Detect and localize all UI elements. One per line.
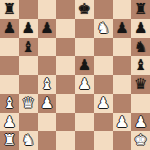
square-d4[interactable] [56,75,75,94]
square-f1[interactable] [94,131,113,150]
square-e1[interactable] [75,131,94,150]
piece-white-pawn: ♟ [40,94,53,113]
piece-white-bishop: ♝ [40,75,53,94]
square-e4[interactable]: ♟ [75,75,94,94]
square-a2[interactable]: ♟ [0,113,19,132]
square-b5[interactable] [19,56,38,75]
square-a8[interactable]: ♜ [0,0,19,19]
square-c2[interactable] [38,113,57,132]
square-d7[interactable] [56,19,75,38]
square-e7[interactable] [75,19,94,38]
square-d2[interactable] [56,113,75,132]
piece-black-pawn: ♟ [115,19,128,38]
square-c3[interactable]: ♟ [38,94,57,113]
square-f3[interactable]: ♟ [94,94,113,113]
square-f8[interactable] [94,0,113,19]
square-f4[interactable] [94,75,113,94]
square-c5[interactable] [38,56,57,75]
piece-white-pawn: ♟ [96,94,109,113]
square-b6[interactable]: ♝ [19,38,38,57]
square-e5[interactable]: ♟ [75,56,94,75]
square-g1[interactable] [113,131,132,150]
chess-board: ♜♚♜♟♟♟♞♟♟♝♞♟♝♝♟♛♝♛♟♟♟♟♟♜♞♚ [0,0,150,150]
piece-white-bishop: ♝ [3,94,16,113]
square-e2[interactable] [75,113,94,132]
piece-black-rook: ♜ [134,0,147,19]
piece-white-queen: ♛ [21,94,34,113]
piece-black-bishop: ♝ [21,38,34,57]
square-a7[interactable]: ♟ [0,19,19,38]
piece-black-pawn: ♟ [21,19,34,38]
square-b3[interactable]: ♛ [19,94,38,113]
square-h6[interactable]: ♞ [131,38,150,57]
square-a1[interactable]: ♜ [0,131,19,150]
piece-white-pawn: ♟ [78,75,91,94]
piece-white-knight: ♞ [21,131,34,150]
square-h8[interactable]: ♜ [131,0,150,19]
square-f2[interactable] [94,113,113,132]
square-b8[interactable] [19,0,38,19]
square-c4[interactable]: ♝ [38,75,57,94]
square-b1[interactable]: ♞ [19,131,38,150]
square-d1[interactable] [56,131,75,150]
square-e3[interactable] [75,94,94,113]
square-d6[interactable] [56,38,75,57]
piece-black-knight: ♞ [134,38,147,57]
piece-white-rook: ♜ [3,131,16,150]
square-a5[interactable] [0,56,19,75]
square-c6[interactable] [38,38,57,57]
piece-black-rook: ♜ [3,0,16,19]
piece-black-pawn: ♟ [3,19,16,38]
square-g7[interactable]: ♟ [113,19,132,38]
square-d8[interactable] [56,0,75,19]
square-h1[interactable]: ♚ [131,131,150,150]
square-a4[interactable] [0,75,19,94]
square-g2[interactable]: ♟ [113,113,132,132]
square-a3[interactable]: ♝ [0,94,19,113]
square-h2[interactable]: ♟ [131,113,150,132]
piece-black-pawn: ♟ [40,19,53,38]
square-g8[interactable] [113,0,132,19]
square-f5[interactable] [94,56,113,75]
square-g5[interactable] [113,56,132,75]
square-b2[interactable] [19,113,38,132]
square-h4[interactable]: ♛ [131,75,150,94]
piece-white-pawn: ♟ [134,113,147,132]
square-c1[interactable] [38,131,57,150]
piece-black-bishop: ♝ [134,56,147,75]
square-f7[interactable]: ♞ [94,19,113,38]
square-b7[interactable]: ♟ [19,19,38,38]
square-a6[interactable] [0,38,19,57]
piece-white-knight: ♞ [96,19,109,38]
square-g6[interactable] [113,38,132,57]
square-e6[interactable] [75,38,94,57]
square-g4[interactable] [113,75,132,94]
square-d3[interactable] [56,94,75,113]
square-c8[interactable] [38,0,57,19]
square-d5[interactable] [56,56,75,75]
square-h5[interactable]: ♝ [131,56,150,75]
square-h3[interactable] [131,94,150,113]
piece-white-king: ♚ [134,131,147,150]
square-f6[interactable] [94,38,113,57]
piece-black-pawn: ♟ [78,56,91,75]
piece-white-pawn: ♟ [115,113,128,132]
piece-black-king: ♚ [78,0,91,19]
square-b4[interactable] [19,75,38,94]
piece-black-pawn: ♟ [134,19,147,38]
square-h7[interactable]: ♟ [131,19,150,38]
square-g3[interactable] [113,94,132,113]
piece-black-queen: ♛ [134,75,147,94]
piece-white-pawn: ♟ [3,113,16,132]
square-e8[interactable]: ♚ [75,0,94,19]
square-c7[interactable]: ♟ [38,19,57,38]
